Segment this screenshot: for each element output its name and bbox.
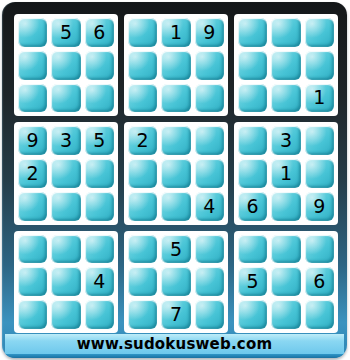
cell-r6c9[interactable]: 9 [305,192,334,221]
cell-r8c1[interactable] [18,267,47,296]
cell-r8c6[interactable] [195,267,224,296]
cell-r1c3[interactable]: 6 [85,18,114,47]
cell-r4c9[interactable] [305,126,334,155]
sudoku-box-8: 57 [124,231,228,333]
board-bottom-edge [2,354,347,358]
cell-r7c6[interactable] [195,235,224,264]
cell-r8c7[interactable]: 5 [238,267,267,296]
cell-r2c9[interactable] [305,51,334,80]
cell-r5c1[interactable]: 2 [18,159,47,188]
cell-r8c5[interactable] [161,267,190,296]
cell-r7c5[interactable]: 5 [161,235,190,264]
cell-r4c6[interactable] [195,126,224,155]
cell-r1c8[interactable] [271,18,300,47]
cell-r3c1[interactable] [18,84,47,113]
cell-r4c2[interactable]: 3 [51,126,80,155]
cell-r9c3[interactable] [85,300,114,329]
cell-r2c4[interactable] [128,51,157,80]
sudoku-box-9: 56 [234,231,338,333]
cell-r8c3[interactable]: 4 [85,267,114,296]
sudoku-box-1: 56 [14,14,118,116]
cell-r3c4[interactable] [128,84,157,113]
cell-r7c2[interactable] [51,235,80,264]
cell-r5c9[interactable] [305,159,334,188]
cell-r6c6[interactable]: 4 [195,192,224,221]
cell-r4c5[interactable] [161,126,190,155]
cell-r2c1[interactable] [18,51,47,80]
cell-r3c5[interactable] [161,84,190,113]
cell-r2c6[interactable] [195,51,224,80]
cell-r6c5[interactable] [161,192,190,221]
sudoku-box-6: 3169 [234,122,338,224]
cell-r3c3[interactable] [85,84,114,113]
cell-r1c7[interactable] [238,18,267,47]
cell-r6c3[interactable] [85,192,114,221]
website-url: www.sudokusweb.com [77,335,272,353]
footer-band: www.sudokusweb.com [5,334,344,354]
cell-r8c9[interactable]: 6 [305,267,334,296]
cell-r4c7[interactable] [238,126,267,155]
cell-r1c6[interactable]: 9 [195,18,224,47]
cell-r3c9[interactable]: 1 [305,84,334,113]
cell-r9c2[interactable] [51,300,80,329]
cell-r1c9[interactable] [305,18,334,47]
cell-r8c8[interactable] [271,267,300,296]
cell-r8c4[interactable] [128,267,157,296]
cell-r9c6[interactable] [195,300,224,329]
sudoku-box-7: 4 [14,231,118,333]
cell-r7c7[interactable] [238,235,267,264]
cell-r7c1[interactable] [18,235,47,264]
cell-r9c9[interactable] [305,300,334,329]
cell-r7c4[interactable] [128,235,157,264]
cell-r7c3[interactable] [85,235,114,264]
cell-r5c3[interactable] [85,159,114,188]
cell-r2c5[interactable] [161,51,190,80]
cell-r4c4[interactable]: 2 [128,126,157,155]
sudoku-board: 56191935224316945756 www.sudokusweb.com [2,2,347,358]
cell-r9c8[interactable] [271,300,300,329]
sudoku-box-2: 19 [124,14,228,116]
cell-r9c7[interactable] [238,300,267,329]
cell-r7c9[interactable] [305,235,334,264]
cell-r6c8[interactable] [271,192,300,221]
sudoku-box-5: 24 [124,122,228,224]
cell-r6c1[interactable] [18,192,47,221]
cell-r9c1[interactable] [18,300,47,329]
cell-r5c4[interactable] [128,159,157,188]
cell-r1c5[interactable]: 1 [161,18,190,47]
cell-r4c3[interactable]: 5 [85,126,114,155]
cell-r6c2[interactable] [51,192,80,221]
sudoku-box-3: 1 [234,14,338,116]
cell-r8c2[interactable] [51,267,80,296]
cell-r9c5[interactable]: 7 [161,300,190,329]
cell-r2c8[interactable] [271,51,300,80]
cell-r3c6[interactable] [195,84,224,113]
cell-r4c1[interactable]: 9 [18,126,47,155]
cell-r3c8[interactable] [271,84,300,113]
cell-r5c5[interactable] [161,159,190,188]
cell-r5c2[interactable] [51,159,80,188]
cell-r9c4[interactable] [128,300,157,329]
cell-r5c8[interactable]: 1 [271,159,300,188]
sudoku-grid: 56191935224316945756 [14,14,338,333]
cell-r5c7[interactable] [238,159,267,188]
cell-r6c4[interactable] [128,192,157,221]
cell-r3c7[interactable] [238,84,267,113]
cell-r2c2[interactable] [51,51,80,80]
cell-r5c6[interactable] [195,159,224,188]
cell-r2c7[interactable] [238,51,267,80]
cell-r7c8[interactable] [271,235,300,264]
cell-r6c7[interactable]: 6 [238,192,267,221]
cell-r1c1[interactable] [18,18,47,47]
cell-r1c4[interactable] [128,18,157,47]
sudoku-box-4: 9352 [14,122,118,224]
cell-r1c2[interactable]: 5 [51,18,80,47]
cell-r3c2[interactable] [51,84,80,113]
cell-r2c3[interactable] [85,51,114,80]
cell-r4c8[interactable]: 3 [271,126,300,155]
